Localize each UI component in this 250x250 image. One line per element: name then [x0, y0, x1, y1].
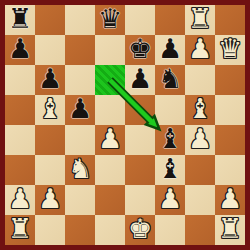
- square-d8[interactable]: ♛: [95, 5, 125, 35]
- square-c4[interactable]: [65, 125, 95, 155]
- square-a4[interactable]: [5, 125, 35, 155]
- square-c2[interactable]: [65, 185, 95, 215]
- white-king-e1[interactable]: ♚: [128, 215, 152, 244]
- square-f5[interactable]: [155, 95, 185, 125]
- square-f8[interactable]: [155, 5, 185, 35]
- white-pawn-a2[interactable]: ♟: [8, 185, 32, 214]
- square-c1[interactable]: [65, 215, 95, 245]
- white-pawn-g7[interactable]: ♟: [188, 35, 212, 64]
- chess-board: ♜♛♜♟♚♟♟♛♟♟♞♝♟♝♟♝♟♞♝♟♟♟♟♜♚♜: [0, 0, 250, 250]
- square-b8[interactable]: [35, 5, 65, 35]
- square-e2[interactable]: [125, 185, 155, 215]
- square-d7[interactable]: [95, 35, 125, 65]
- square-h3[interactable]: [215, 155, 245, 185]
- square-g7[interactable]: ♟: [185, 35, 215, 65]
- square-f7[interactable]: ♟: [155, 35, 185, 65]
- square-e1[interactable]: ♚: [125, 215, 155, 245]
- black-pawn-c5[interactable]: ♟: [68, 95, 92, 124]
- square-b1[interactable]: [35, 215, 65, 245]
- square-e3[interactable]: [125, 155, 155, 185]
- square-f1[interactable]: [155, 215, 185, 245]
- square-d4[interactable]: ♟: [95, 125, 125, 155]
- square-b2[interactable]: ♟: [35, 185, 65, 215]
- square-e4[interactable]: [125, 125, 155, 155]
- square-g5[interactable]: ♝: [185, 95, 215, 125]
- square-h6[interactable]: [215, 65, 245, 95]
- white-pawn-d4[interactable]: ♟: [98, 125, 122, 154]
- white-pawn-g4[interactable]: ♟: [188, 125, 212, 154]
- square-h1[interactable]: ♜: [215, 215, 245, 245]
- white-pawn-b2[interactable]: ♟: [38, 185, 62, 214]
- white-queen-h7[interactable]: ♛: [218, 35, 242, 64]
- square-f2[interactable]: ♟: [155, 185, 185, 215]
- square-g1[interactable]: [185, 215, 215, 245]
- square-b6[interactable]: ♟: [35, 65, 65, 95]
- black-pawn-f7[interactable]: ♟: [158, 35, 182, 64]
- square-b7[interactable]: [35, 35, 65, 65]
- black-knight-f6[interactable]: ♞: [158, 65, 182, 94]
- square-a5[interactable]: [5, 95, 35, 125]
- white-rook-g8[interactable]: ♜: [188, 5, 212, 34]
- square-d2[interactable]: [95, 185, 125, 215]
- square-g2[interactable]: [185, 185, 215, 215]
- square-g4[interactable]: ♟: [185, 125, 215, 155]
- square-d3[interactable]: [95, 155, 125, 185]
- square-g8[interactable]: ♜: [185, 5, 215, 35]
- white-rook-h1[interactable]: ♜: [218, 215, 242, 244]
- square-a8[interactable]: ♜: [5, 5, 35, 35]
- square-h7[interactable]: ♛: [215, 35, 245, 65]
- square-e7[interactable]: ♚: [125, 35, 155, 65]
- square-g3[interactable]: [185, 155, 215, 185]
- black-bishop-f3[interactable]: ♝: [158, 155, 182, 184]
- black-queen-d8[interactable]: ♛: [98, 5, 122, 34]
- white-knight-c3[interactable]: ♞: [68, 155, 92, 184]
- square-f3[interactable]: ♝: [155, 155, 185, 185]
- square-a2[interactable]: ♟: [5, 185, 35, 215]
- square-a1[interactable]: ♜: [5, 215, 35, 245]
- board-grid: ♜♛♜♟♚♟♟♛♟♟♞♝♟♝♟♝♟♞♝♟♟♟♟♜♚♜: [5, 5, 245, 245]
- black-pawn-e6[interactable]: ♟: [128, 65, 152, 94]
- square-b4[interactable]: [35, 125, 65, 155]
- square-a3[interactable]: [5, 155, 35, 185]
- black-pawn-a7[interactable]: ♟: [8, 35, 32, 64]
- black-rook-a8[interactable]: ♜: [8, 5, 32, 34]
- square-h2[interactable]: ♟: [215, 185, 245, 215]
- square-e8[interactable]: [125, 5, 155, 35]
- black-king-e7[interactable]: ♚: [128, 35, 152, 64]
- square-f4[interactable]: ♝: [155, 125, 185, 155]
- square-d1[interactable]: [95, 215, 125, 245]
- black-bishop-f4[interactable]: ♝: [158, 125, 182, 154]
- white-bishop-g5[interactable]: ♝: [188, 95, 212, 124]
- square-h5[interactable]: [215, 95, 245, 125]
- white-rook-a1[interactable]: ♜: [8, 215, 32, 244]
- square-h8[interactable]: [215, 5, 245, 35]
- highlight-square-d6[interactable]: [95, 65, 125, 95]
- square-a6[interactable]: [5, 65, 35, 95]
- square-f6[interactable]: ♞: [155, 65, 185, 95]
- square-c6[interactable]: [65, 65, 95, 95]
- square-b3[interactable]: [35, 155, 65, 185]
- square-b5[interactable]: ♝: [35, 95, 65, 125]
- square-d5[interactable]: [95, 95, 125, 125]
- square-h4[interactable]: [215, 125, 245, 155]
- square-c5[interactable]: ♟: [65, 95, 95, 125]
- square-c7[interactable]: [65, 35, 95, 65]
- square-e5[interactable]: [125, 95, 155, 125]
- square-c3[interactable]: ♞: [65, 155, 95, 185]
- black-pawn-b6[interactable]: ♟: [38, 65, 62, 94]
- square-a7[interactable]: ♟: [5, 35, 35, 65]
- white-pawn-f2[interactable]: ♟: [158, 185, 182, 214]
- square-g6[interactable]: [185, 65, 215, 95]
- white-bishop-b5[interactable]: ♝: [38, 95, 62, 124]
- square-e6[interactable]: ♟: [125, 65, 155, 95]
- square-c8[interactable]: [65, 5, 95, 35]
- white-pawn-h2[interactable]: ♟: [218, 185, 242, 214]
